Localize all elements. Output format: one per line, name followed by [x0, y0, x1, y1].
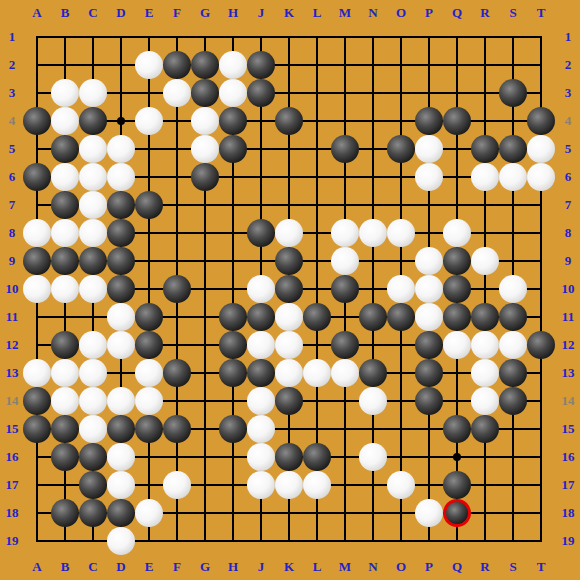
board-point-H18[interactable] — [219, 499, 247, 527]
board-point-C19[interactable] — [79, 527, 107, 555]
board-point-M4[interactable] — [331, 107, 359, 135]
board-point-R2[interactable] — [471, 51, 499, 79]
board-point-N10[interactable] — [359, 275, 387, 303]
board-point-Q2[interactable] — [443, 51, 471, 79]
board-point-L2[interactable] — [303, 51, 331, 79]
board-point-S4[interactable] — [499, 107, 527, 135]
board-point-P10[interactable] — [415, 275, 443, 303]
board-point-Q7[interactable] — [443, 191, 471, 219]
board-point-N12[interactable] — [359, 331, 387, 359]
board-point-G13[interactable] — [191, 359, 219, 387]
board-point-M8[interactable] — [331, 219, 359, 247]
board-point-O8[interactable] — [387, 219, 415, 247]
board-point-H16[interactable] — [219, 443, 247, 471]
board-point-P17[interactable] — [415, 471, 443, 499]
board-point-T17[interactable] — [527, 471, 555, 499]
board-point-F10[interactable] — [163, 275, 191, 303]
board-point-B4[interactable] — [51, 107, 79, 135]
board-point-C17[interactable] — [79, 471, 107, 499]
board-point-P18[interactable] — [415, 499, 443, 527]
board-point-K3[interactable] — [275, 79, 303, 107]
board-point-S12[interactable] — [499, 331, 527, 359]
board-point-E18[interactable] — [135, 499, 163, 527]
board-point-B12[interactable] — [51, 331, 79, 359]
board-point-K10[interactable] — [275, 275, 303, 303]
board-point-T9[interactable] — [527, 247, 555, 275]
board-point-T2[interactable] — [527, 51, 555, 79]
board-point-J5[interactable] — [247, 135, 275, 163]
board-point-Q5[interactable] — [443, 135, 471, 163]
board-point-R16[interactable] — [471, 443, 499, 471]
board-point-E3[interactable] — [135, 79, 163, 107]
board-point-R15[interactable] — [471, 415, 499, 443]
board-point-A19[interactable] — [23, 527, 51, 555]
board-point-A5[interactable] — [23, 135, 51, 163]
board-point-R3[interactable] — [471, 79, 499, 107]
board-point-A16[interactable] — [23, 443, 51, 471]
board-point-K18[interactable] — [275, 499, 303, 527]
board-point-P13[interactable] — [415, 359, 443, 387]
board-point-R19[interactable] — [471, 527, 499, 555]
board-point-M18[interactable] — [331, 499, 359, 527]
board-point-K19[interactable] — [275, 527, 303, 555]
board-point-H3[interactable] — [219, 79, 247, 107]
board-point-R18[interactable] — [471, 499, 499, 527]
board-point-D10[interactable] — [107, 275, 135, 303]
board-point-A18[interactable] — [23, 499, 51, 527]
board-point-Q17[interactable] — [443, 471, 471, 499]
board-point-G7[interactable] — [191, 191, 219, 219]
board-point-L8[interactable] — [303, 219, 331, 247]
board-point-D1[interactable] — [107, 23, 135, 51]
board-point-O13[interactable] — [387, 359, 415, 387]
board-point-L10[interactable] — [303, 275, 331, 303]
board-point-L5[interactable] — [303, 135, 331, 163]
board-point-B6[interactable] — [51, 163, 79, 191]
board-point-S17[interactable] — [499, 471, 527, 499]
board-point-A6[interactable] — [23, 163, 51, 191]
board-point-E12[interactable] — [135, 331, 163, 359]
board-point-G15[interactable] — [191, 415, 219, 443]
board-point-J18[interactable] — [247, 499, 275, 527]
board-point-D18[interactable] — [107, 499, 135, 527]
board-point-M14[interactable] — [331, 387, 359, 415]
board-point-Q15[interactable] — [443, 415, 471, 443]
board-point-S8[interactable] — [499, 219, 527, 247]
board-point-A2[interactable] — [23, 51, 51, 79]
board-point-N6[interactable] — [359, 163, 387, 191]
board-point-T19[interactable] — [527, 527, 555, 555]
board-point-N5[interactable] — [359, 135, 387, 163]
board-point-S15[interactable] — [499, 415, 527, 443]
board-point-P8[interactable] — [415, 219, 443, 247]
board-point-J7[interactable] — [247, 191, 275, 219]
board-point-D12[interactable] — [107, 331, 135, 359]
board-point-D8[interactable] — [107, 219, 135, 247]
board-point-C5[interactable] — [79, 135, 107, 163]
board-point-A14[interactable] — [23, 387, 51, 415]
board-point-H10[interactable] — [219, 275, 247, 303]
board-point-P3[interactable] — [415, 79, 443, 107]
board-point-T1[interactable] — [527, 23, 555, 51]
board-point-J17[interactable] — [247, 471, 275, 499]
board-point-M9[interactable] — [331, 247, 359, 275]
board-point-J15[interactable] — [247, 415, 275, 443]
board-point-K8[interactable] — [275, 219, 303, 247]
board-point-H15[interactable] — [219, 415, 247, 443]
board-point-D2[interactable] — [107, 51, 135, 79]
board-point-B14[interactable] — [51, 387, 79, 415]
board-point-Q6[interactable] — [443, 163, 471, 191]
board-point-T18[interactable] — [527, 499, 555, 527]
board-point-S13[interactable] — [499, 359, 527, 387]
board-point-S3[interactable] — [499, 79, 527, 107]
board-point-J10[interactable] — [247, 275, 275, 303]
board-point-P19[interactable] — [415, 527, 443, 555]
board-point-E16[interactable] — [135, 443, 163, 471]
board-point-F13[interactable] — [163, 359, 191, 387]
board-point-C1[interactable] — [79, 23, 107, 51]
board-point-S11[interactable] — [499, 303, 527, 331]
board-point-L3[interactable] — [303, 79, 331, 107]
board-point-A9[interactable] — [23, 247, 51, 275]
board-point-M11[interactable] — [331, 303, 359, 331]
board-point-M7[interactable] — [331, 191, 359, 219]
board-point-A15[interactable] — [23, 415, 51, 443]
board-point-Q9[interactable] — [443, 247, 471, 275]
board-point-E13[interactable] — [135, 359, 163, 387]
board-point-H13[interactable] — [219, 359, 247, 387]
board-point-L12[interactable] — [303, 331, 331, 359]
board-point-S5[interactable] — [499, 135, 527, 163]
board-point-D5[interactable] — [107, 135, 135, 163]
board-point-Q11[interactable] — [443, 303, 471, 331]
board-point-S10[interactable] — [499, 275, 527, 303]
board-point-P9[interactable] — [415, 247, 443, 275]
board-point-F15[interactable] — [163, 415, 191, 443]
board-point-O10[interactable] — [387, 275, 415, 303]
board-point-F9[interactable] — [163, 247, 191, 275]
board-point-C6[interactable] — [79, 163, 107, 191]
board-point-K9[interactable] — [275, 247, 303, 275]
board-point-B2[interactable] — [51, 51, 79, 79]
board-point-B9[interactable] — [51, 247, 79, 275]
board-point-R6[interactable] — [471, 163, 499, 191]
board-point-N17[interactable] — [359, 471, 387, 499]
board-point-D9[interactable] — [107, 247, 135, 275]
board-point-E14[interactable] — [135, 387, 163, 415]
board-point-H5[interactable] — [219, 135, 247, 163]
board-point-S2[interactable] — [499, 51, 527, 79]
board-point-D19[interactable] — [107, 527, 135, 555]
board-point-M15[interactable] — [331, 415, 359, 443]
board-point-P4[interactable] — [415, 107, 443, 135]
board-point-F4[interactable] — [163, 107, 191, 135]
board-point-A1[interactable] — [23, 23, 51, 51]
board-point-G1[interactable] — [191, 23, 219, 51]
board-point-B1[interactable] — [51, 23, 79, 51]
board-point-N1[interactable] — [359, 23, 387, 51]
board-point-K7[interactable] — [275, 191, 303, 219]
board-point-B8[interactable] — [51, 219, 79, 247]
board-point-C4[interactable] — [79, 107, 107, 135]
board-point-R7[interactable] — [471, 191, 499, 219]
board-point-C14[interactable] — [79, 387, 107, 415]
board-point-S19[interactable] — [499, 527, 527, 555]
board-point-N8[interactable] — [359, 219, 387, 247]
board-point-O12[interactable] — [387, 331, 415, 359]
board-point-J2[interactable] — [247, 51, 275, 79]
board-point-N4[interactable] — [359, 107, 387, 135]
board-point-C18[interactable] — [79, 499, 107, 527]
board-point-M12[interactable] — [331, 331, 359, 359]
board-point-Q10[interactable] — [443, 275, 471, 303]
board-point-D13[interactable] — [107, 359, 135, 387]
board-point-F12[interactable] — [163, 331, 191, 359]
board-point-J9[interactable] — [247, 247, 275, 275]
board-point-K16[interactable] — [275, 443, 303, 471]
board-point-C11[interactable] — [79, 303, 107, 331]
board-point-H14[interactable] — [219, 387, 247, 415]
board-point-T11[interactable] — [527, 303, 555, 331]
board-point-B7[interactable] — [51, 191, 79, 219]
board-point-Q18[interactable] — [443, 499, 471, 527]
board-point-H7[interactable] — [219, 191, 247, 219]
board-point-J16[interactable] — [247, 443, 275, 471]
board-point-F19[interactable] — [163, 527, 191, 555]
board-point-K12[interactable] — [275, 331, 303, 359]
board-point-C16[interactable] — [79, 443, 107, 471]
board-point-O9[interactable] — [387, 247, 415, 275]
board-point-F2[interactable] — [163, 51, 191, 79]
board-point-J19[interactable] — [247, 527, 275, 555]
board-point-B13[interactable] — [51, 359, 79, 387]
board-point-C15[interactable] — [79, 415, 107, 443]
board-point-M2[interactable] — [331, 51, 359, 79]
board-point-K5[interactable] — [275, 135, 303, 163]
board-point-A13[interactable] — [23, 359, 51, 387]
board-point-T15[interactable] — [527, 415, 555, 443]
board-point-G16[interactable] — [191, 443, 219, 471]
board-point-O16[interactable] — [387, 443, 415, 471]
board-point-D7[interactable] — [107, 191, 135, 219]
board-point-M6[interactable] — [331, 163, 359, 191]
board-point-G3[interactable] — [191, 79, 219, 107]
board-point-Q8[interactable] — [443, 219, 471, 247]
board-point-J6[interactable] — [247, 163, 275, 191]
board-point-S16[interactable] — [499, 443, 527, 471]
board-point-T4[interactable] — [527, 107, 555, 135]
board-point-O6[interactable] — [387, 163, 415, 191]
board-point-P7[interactable] — [415, 191, 443, 219]
board-point-D14[interactable] — [107, 387, 135, 415]
board-point-B16[interactable] — [51, 443, 79, 471]
board-point-N3[interactable] — [359, 79, 387, 107]
board-point-H17[interactable] — [219, 471, 247, 499]
board-point-T10[interactable] — [527, 275, 555, 303]
board-point-H1[interactable] — [219, 23, 247, 51]
board-point-B10[interactable] — [51, 275, 79, 303]
board-point-D4[interactable] — [107, 107, 135, 135]
board-point-E6[interactable] — [135, 163, 163, 191]
board-point-P12[interactable] — [415, 331, 443, 359]
board-point-B18[interactable] — [51, 499, 79, 527]
board-point-A7[interactable] — [23, 191, 51, 219]
board-point-J12[interactable] — [247, 331, 275, 359]
board-point-T3[interactable] — [527, 79, 555, 107]
board-point-K6[interactable] — [275, 163, 303, 191]
board-point-E4[interactable] — [135, 107, 163, 135]
board-point-D11[interactable] — [107, 303, 135, 331]
board-point-M13[interactable] — [331, 359, 359, 387]
board-point-E9[interactable] — [135, 247, 163, 275]
board-point-K1[interactable] — [275, 23, 303, 51]
board-point-M1[interactable] — [331, 23, 359, 51]
board-point-N15[interactable] — [359, 415, 387, 443]
board-point-A4[interactable] — [23, 107, 51, 135]
board-point-H6[interactable] — [219, 163, 247, 191]
board-point-O5[interactable] — [387, 135, 415, 163]
board-point-D3[interactable] — [107, 79, 135, 107]
board-point-O19[interactable] — [387, 527, 415, 555]
board-point-F6[interactable] — [163, 163, 191, 191]
board-point-C3[interactable] — [79, 79, 107, 107]
board-point-P1[interactable] — [415, 23, 443, 51]
board-point-H19[interactable] — [219, 527, 247, 555]
board-point-D6[interactable] — [107, 163, 135, 191]
board-point-L18[interactable] — [303, 499, 331, 527]
board-point-R11[interactable] — [471, 303, 499, 331]
board-point-F11[interactable] — [163, 303, 191, 331]
board-point-R13[interactable] — [471, 359, 499, 387]
board-point-G12[interactable] — [191, 331, 219, 359]
board-point-C2[interactable] — [79, 51, 107, 79]
board-point-S9[interactable] — [499, 247, 527, 275]
board-point-T16[interactable] — [527, 443, 555, 471]
board-point-G18[interactable] — [191, 499, 219, 527]
board-point-Q3[interactable] — [443, 79, 471, 107]
board-point-L19[interactable] — [303, 527, 331, 555]
board-point-F7[interactable] — [163, 191, 191, 219]
board-point-R4[interactable] — [471, 107, 499, 135]
board-point-Q19[interactable] — [443, 527, 471, 555]
board-point-K11[interactable] — [275, 303, 303, 331]
board-point-T7[interactable] — [527, 191, 555, 219]
board-point-B3[interactable] — [51, 79, 79, 107]
board-point-H2[interactable] — [219, 51, 247, 79]
board-point-N7[interactable] — [359, 191, 387, 219]
board-point-P6[interactable] — [415, 163, 443, 191]
board-point-G6[interactable] — [191, 163, 219, 191]
board-point-M5[interactable] — [331, 135, 359, 163]
board-point-S14[interactable] — [499, 387, 527, 415]
board-point-E11[interactable] — [135, 303, 163, 331]
board-point-L7[interactable] — [303, 191, 331, 219]
board-point-R14[interactable] — [471, 387, 499, 415]
board-point-K4[interactable] — [275, 107, 303, 135]
board-point-C7[interactable] — [79, 191, 107, 219]
board-point-D15[interactable] — [107, 415, 135, 443]
board-point-C9[interactable] — [79, 247, 107, 275]
board-point-Q13[interactable] — [443, 359, 471, 387]
board-point-N11[interactable] — [359, 303, 387, 331]
board-point-A3[interactable] — [23, 79, 51, 107]
board-point-E15[interactable] — [135, 415, 163, 443]
board-point-L17[interactable] — [303, 471, 331, 499]
board-point-B5[interactable] — [51, 135, 79, 163]
board-point-L16[interactable] — [303, 443, 331, 471]
board-point-P5[interactable] — [415, 135, 443, 163]
board-point-E17[interactable] — [135, 471, 163, 499]
board-point-R9[interactable] — [471, 247, 499, 275]
board-point-G8[interactable] — [191, 219, 219, 247]
board-point-J8[interactable] — [247, 219, 275, 247]
board-point-O3[interactable] — [387, 79, 415, 107]
board-point-M19[interactable] — [331, 527, 359, 555]
board-point-N19[interactable] — [359, 527, 387, 555]
board-point-N9[interactable] — [359, 247, 387, 275]
board-point-G19[interactable] — [191, 527, 219, 555]
board-point-O2[interactable] — [387, 51, 415, 79]
board-point-P2[interactable] — [415, 51, 443, 79]
board-point-Q14[interactable] — [443, 387, 471, 415]
board-point-S6[interactable] — [499, 163, 527, 191]
board-point-G14[interactable] — [191, 387, 219, 415]
board-point-A17[interactable] — [23, 471, 51, 499]
board-point-O1[interactable] — [387, 23, 415, 51]
board-point-A8[interactable] — [23, 219, 51, 247]
board-point-C12[interactable] — [79, 331, 107, 359]
board-point-K14[interactable] — [275, 387, 303, 415]
board-point-O4[interactable] — [387, 107, 415, 135]
board-point-O11[interactable] — [387, 303, 415, 331]
board-point-G10[interactable] — [191, 275, 219, 303]
board-point-E5[interactable] — [135, 135, 163, 163]
board-point-T6[interactable] — [527, 163, 555, 191]
board-point-S18[interactable] — [499, 499, 527, 527]
board-point-Q16[interactable] — [443, 443, 471, 471]
board-point-M10[interactable] — [331, 275, 359, 303]
board-point-Q4[interactable] — [443, 107, 471, 135]
board-point-J14[interactable] — [247, 387, 275, 415]
board-point-G11[interactable] — [191, 303, 219, 331]
board-point-L11[interactable] — [303, 303, 331, 331]
board-point-N2[interactable] — [359, 51, 387, 79]
board-point-G4[interactable] — [191, 107, 219, 135]
board-point-Q1[interactable] — [443, 23, 471, 51]
board-point-J4[interactable] — [247, 107, 275, 135]
board-point-T8[interactable] — [527, 219, 555, 247]
board-point-N14[interactable] — [359, 387, 387, 415]
board-point-B19[interactable] — [51, 527, 79, 555]
board-point-F14[interactable] — [163, 387, 191, 415]
board-point-C10[interactable] — [79, 275, 107, 303]
board-point-O14[interactable] — [387, 387, 415, 415]
board-point-T5[interactable] — [527, 135, 555, 163]
board-point-R12[interactable] — [471, 331, 499, 359]
board-point-K2[interactable] — [275, 51, 303, 79]
board-point-G17[interactable] — [191, 471, 219, 499]
board-point-R10[interactable] — [471, 275, 499, 303]
board-point-E19[interactable] — [135, 527, 163, 555]
board-point-L15[interactable] — [303, 415, 331, 443]
board-point-G9[interactable] — [191, 247, 219, 275]
board-point-P15[interactable] — [415, 415, 443, 443]
board-point-A12[interactable] — [23, 331, 51, 359]
board-point-E10[interactable] — [135, 275, 163, 303]
board-point-J13[interactable] — [247, 359, 275, 387]
board-point-S7[interactable] — [499, 191, 527, 219]
